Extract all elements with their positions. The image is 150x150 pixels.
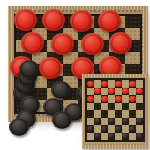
small-board-square <box>129 88 136 96</box>
small-board-square <box>115 80 122 88</box>
small-board-square <box>129 125 136 133</box>
small-board-square <box>129 103 136 111</box>
small-board-square <box>94 133 101 141</box>
small-board-square <box>136 88 143 96</box>
small-board-square <box>87 125 94 133</box>
small-board-square <box>108 95 115 103</box>
small-board-square <box>94 80 101 88</box>
small-red-checker[interactable] <box>87 96 93 102</box>
small-board-square <box>108 110 115 118</box>
small-board-square <box>129 118 136 126</box>
small-black-checker[interactable] <box>122 133 128 139</box>
small-board-square <box>94 125 101 133</box>
small-board-square <box>87 118 94 126</box>
small-board-square <box>108 133 115 141</box>
jumbo-board-square <box>125 52 141 64</box>
small-red-checker[interactable] <box>122 88 128 94</box>
small-board-square <box>115 133 122 141</box>
small-board-square <box>108 118 115 126</box>
small-board-square <box>94 88 101 96</box>
small-board-square <box>122 110 129 118</box>
red-checker[interactable] <box>81 33 104 55</box>
small-black-checker[interactable] <box>94 133 100 139</box>
small-board-square <box>115 103 122 111</box>
small-board-square <box>122 103 129 111</box>
small-board-square <box>94 95 101 103</box>
red-checker[interactable] <box>14 9 37 31</box>
red-checker[interactable] <box>51 33 74 55</box>
small-board-square <box>87 133 94 141</box>
small-board-square <box>136 103 143 111</box>
small-black-checker[interactable] <box>129 126 135 132</box>
small-board-square <box>122 95 129 103</box>
small-board-square <box>108 88 115 96</box>
small-board-square <box>115 95 122 103</box>
black-checker[interactable] <box>9 118 29 136</box>
small-board-square <box>129 110 136 118</box>
small-board-square <box>122 133 129 141</box>
small-red-checker[interactable] <box>115 81 121 87</box>
small-board-rug <box>82 74 149 149</box>
small-board-square <box>115 125 122 133</box>
small-board-square <box>136 133 143 141</box>
small-red-checker[interactable] <box>129 96 135 102</box>
small-red-checker[interactable] <box>101 81 107 87</box>
small-board-square <box>136 95 143 103</box>
small-board-square <box>136 125 143 133</box>
small-black-checker[interactable] <box>94 118 100 124</box>
black-checker[interactable] <box>52 111 72 129</box>
small-board-square <box>101 95 108 103</box>
black-checker[interactable] <box>19 60 39 78</box>
small-board-square <box>129 133 136 141</box>
small-board-square <box>108 80 115 88</box>
black-checker[interactable] <box>51 81 71 99</box>
small-board-grid <box>85 78 145 142</box>
small-black-checker[interactable] <box>115 126 121 132</box>
red-checker[interactable] <box>109 32 132 54</box>
small-board-square <box>94 110 101 118</box>
small-board-square <box>101 118 108 126</box>
small-black-checker[interactable] <box>136 133 142 139</box>
small-board-square <box>136 110 143 118</box>
small-board-square <box>115 88 122 96</box>
small-board-square <box>94 103 101 111</box>
small-board-square <box>115 110 122 118</box>
red-checker[interactable] <box>39 57 62 79</box>
small-board-square <box>122 118 129 126</box>
small-board-square <box>87 95 94 103</box>
small-red-checker[interactable] <box>101 96 107 102</box>
small-red-checker[interactable] <box>108 88 114 94</box>
small-board-square <box>101 103 108 111</box>
red-checker[interactable] <box>42 9 65 31</box>
small-board-square <box>115 118 122 126</box>
small-board-square <box>129 80 136 88</box>
small-board-square <box>101 125 108 133</box>
small-board-square <box>101 133 108 141</box>
small-board-square <box>108 125 115 133</box>
red-checker[interactable] <box>70 10 93 32</box>
scene <box>0 0 150 150</box>
red-checker[interactable] <box>98 10 121 32</box>
small-board-square <box>87 103 94 111</box>
small-black-checker[interactable] <box>87 126 93 132</box>
small-red-checker[interactable] <box>94 88 100 94</box>
jumbo-board-square <box>125 16 141 28</box>
small-board-square <box>136 80 143 88</box>
small-red-checker[interactable] <box>115 96 121 102</box>
small-board-square <box>108 103 115 111</box>
small-board-square <box>101 80 108 88</box>
small-board-square <box>122 80 129 88</box>
small-board-square <box>94 118 101 126</box>
small-board-square <box>87 80 94 88</box>
small-board-square <box>122 125 129 133</box>
small-board-square <box>87 88 94 96</box>
small-board-square <box>136 118 143 126</box>
small-board-square <box>101 88 108 96</box>
small-black-checker[interactable] <box>108 133 114 139</box>
small-board-square <box>87 110 94 118</box>
small-board-square <box>122 88 129 96</box>
small-black-checker[interactable] <box>101 126 107 132</box>
small-board-square <box>129 95 136 103</box>
small-board-square <box>101 110 108 118</box>
small-red-checker[interactable] <box>136 88 142 94</box>
red-checker[interactable] <box>21 32 44 54</box>
small-black-checker[interactable] <box>136 118 142 124</box>
small-black-checker[interactable] <box>108 118 114 124</box>
small-red-checker[interactable] <box>129 81 135 87</box>
small-black-checker[interactable] <box>122 118 128 124</box>
small-red-checker[interactable] <box>87 81 93 87</box>
